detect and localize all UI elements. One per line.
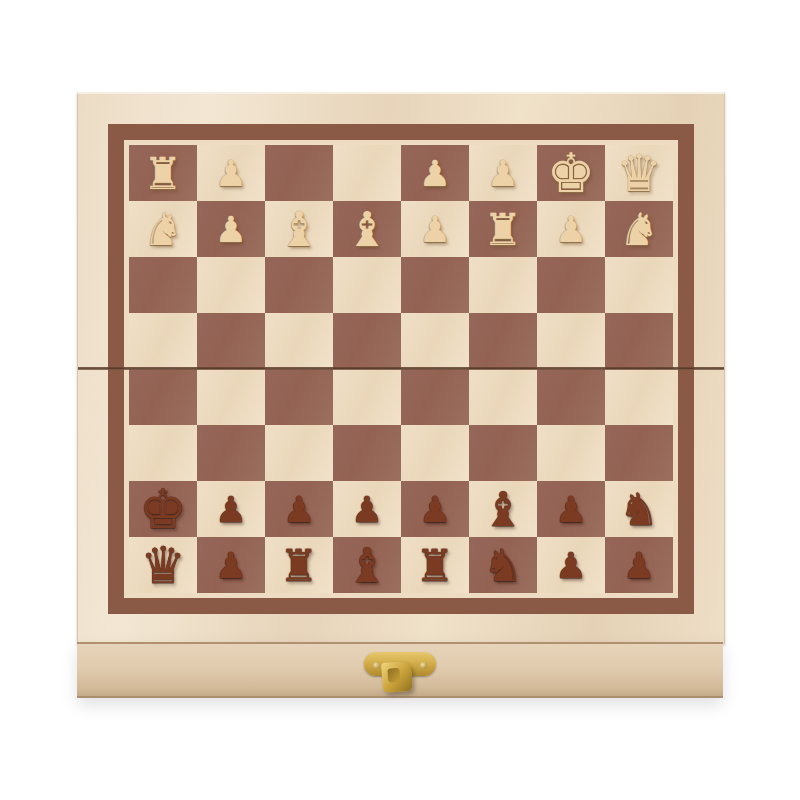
dark-knight[interactable]: ♞ [605,481,673,537]
square-b6[interactable] [197,257,265,313]
square-e2[interactable]: ♟ [401,481,469,537]
square-h5[interactable] [605,313,673,369]
square-h8[interactable]: ♛ [605,145,673,201]
square-d1[interactable]: ♝ [333,537,401,593]
square-b3[interactable] [197,425,265,481]
square-a4[interactable] [129,369,197,425]
square-c6[interactable] [265,257,333,313]
light-pawn[interactable]: ♟ [469,145,537,201]
light-pawn[interactable]: ♟ [197,145,265,201]
light-bishop[interactable]: ♝ [265,201,333,257]
square-e6[interactable] [401,257,469,313]
square-g6[interactable] [537,257,605,313]
light-bishop[interactable]: ♝ [333,201,401,257]
dark-bishop[interactable]: ♝ [333,537,401,593]
light-knight[interactable]: ♞ [129,201,197,257]
chess-set-photo: ♜♟♟♟♚♛♞♟♝♝♟♜♟♞♚♟♟♟♟♝♟♞♛♟♜♝♜♞♟♟ [0,0,800,800]
square-g5[interactable] [537,313,605,369]
square-h7[interactable]: ♞ [605,201,673,257]
square-d2[interactable]: ♟ [333,481,401,537]
square-h2[interactable]: ♞ [605,481,673,537]
square-h6[interactable] [605,257,673,313]
square-g3[interactable] [537,425,605,481]
square-c2[interactable]: ♟ [265,481,333,537]
light-king[interactable]: ♚ [537,145,605,201]
square-g4[interactable] [537,369,605,425]
square-a8[interactable]: ♜ [129,145,197,201]
light-queen[interactable]: ♛ [605,145,673,201]
square-c4[interactable] [265,369,333,425]
dark-king[interactable]: ♚ [129,481,197,537]
square-c8[interactable] [265,145,333,201]
square-h3[interactable] [605,425,673,481]
square-b4[interactable] [197,369,265,425]
square-e8[interactable]: ♟ [401,145,469,201]
dark-knight[interactable]: ♞ [469,537,537,593]
square-h4[interactable] [605,369,673,425]
light-knight[interactable]: ♞ [605,201,673,257]
light-pawn[interactable]: ♟ [537,201,605,257]
square-c3[interactable] [265,425,333,481]
dark-pawn[interactable]: ♟ [265,481,333,537]
square-h1[interactable]: ♟ [605,537,673,593]
square-e3[interactable] [401,425,469,481]
square-f3[interactable] [469,425,537,481]
square-b5[interactable] [197,313,265,369]
light-rook[interactable]: ♜ [129,145,197,201]
square-f7[interactable]: ♜ [469,201,537,257]
square-d8[interactable] [333,145,401,201]
latch-screw-left [373,662,380,669]
dark-queen[interactable]: ♛ [129,537,197,593]
square-e5[interactable] [401,313,469,369]
square-g2[interactable]: ♟ [537,481,605,537]
square-a1[interactable]: ♛ [129,537,197,593]
dark-pawn[interactable]: ♟ [197,481,265,537]
dark-pawn[interactable]: ♟ [605,537,673,593]
square-c1[interactable]: ♜ [265,537,333,593]
dark-pawn[interactable]: ♟ [537,537,605,593]
square-f5[interactable] [469,313,537,369]
brass-latch[interactable] [360,650,440,702]
light-pawn[interactable]: ♟ [401,201,469,257]
dark-pawn[interactable]: ♟ [333,481,401,537]
latch-screw-right [420,662,427,669]
square-c7[interactable]: ♝ [265,201,333,257]
dark-bishop[interactable]: ♝ [469,481,537,537]
square-a3[interactable] [129,425,197,481]
square-a5[interactable] [129,313,197,369]
square-f1[interactable]: ♞ [469,537,537,593]
dark-pawn[interactable]: ♟ [537,481,605,537]
square-e4[interactable] [401,369,469,425]
square-e7[interactable]: ♟ [401,201,469,257]
square-b1[interactable]: ♟ [197,537,265,593]
dark-pawn[interactable]: ♟ [197,537,265,593]
square-b7[interactable]: ♟ [197,201,265,257]
square-f8[interactable]: ♟ [469,145,537,201]
square-d3[interactable] [333,425,401,481]
square-a6[interactable] [129,257,197,313]
dark-pawn[interactable]: ♟ [401,481,469,537]
square-g7[interactable]: ♟ [537,201,605,257]
square-g8[interactable]: ♚ [537,145,605,201]
chessboard: ♜♟♟♟♚♛♞♟♝♝♟♜♟♞♚♟♟♟♟♝♟♞♛♟♜♝♜♞♟♟ [77,92,725,644]
square-d7[interactable]: ♝ [333,201,401,257]
square-f4[interactable] [469,369,537,425]
square-b2[interactable]: ♟ [197,481,265,537]
square-c5[interactable] [265,313,333,369]
dark-rook[interactable]: ♜ [401,537,469,593]
square-b8[interactable]: ♟ [197,145,265,201]
light-rook[interactable]: ♜ [469,201,537,257]
square-f2[interactable]: ♝ [469,481,537,537]
square-g1[interactable]: ♟ [537,537,605,593]
square-d6[interactable] [333,257,401,313]
square-d4[interactable] [333,369,401,425]
square-f6[interactable] [469,257,537,313]
hinge-seam [78,367,724,370]
light-pawn[interactable]: ♟ [401,145,469,201]
dark-rook[interactable]: ♜ [265,537,333,593]
light-pawn[interactable]: ♟ [197,201,265,257]
latch-hook-icon[interactable] [381,661,413,693]
square-a2[interactable]: ♚ [129,481,197,537]
square-e1[interactable]: ♜ [401,537,469,593]
square-a7[interactable]: ♞ [129,201,197,257]
square-d5[interactable] [333,313,401,369]
